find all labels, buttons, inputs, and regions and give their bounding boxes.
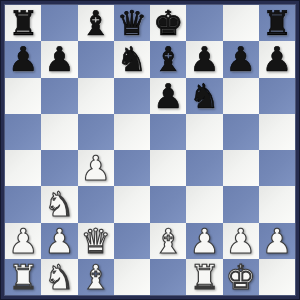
piece-black-rook-h8[interactable]: ♜: [262, 5, 292, 41]
square-g3[interactable]: [223, 186, 259, 222]
square-g8[interactable]: [223, 5, 259, 41]
square-g4[interactable]: [223, 150, 259, 186]
square-b6[interactable]: [41, 78, 77, 114]
square-h4[interactable]: [259, 150, 295, 186]
square-a1[interactable]: ♜: [5, 259, 41, 295]
piece-black-pawn-e6[interactable]: ♟: [153, 78, 183, 114]
square-f7[interactable]: ♟: [186, 41, 222, 77]
square-b5[interactable]: [41, 114, 77, 150]
square-f6[interactable]: ♞: [186, 78, 222, 114]
square-g7[interactable]: ♟: [223, 41, 259, 77]
square-f1[interactable]: ♜: [186, 259, 222, 295]
piece-black-bishop-e7[interactable]: ♝: [153, 41, 183, 77]
square-e1[interactable]: [150, 259, 186, 295]
square-c4[interactable]: ♟: [78, 150, 114, 186]
square-b4[interactable]: [41, 150, 77, 186]
square-b2[interactable]: ♟: [41, 223, 77, 259]
piece-white-queen-c2[interactable]: ♛: [80, 223, 110, 259]
square-a3[interactable]: [5, 186, 41, 222]
piece-black-pawn-g7[interactable]: ♟: [225, 41, 255, 77]
square-h2[interactable]: ♟: [259, 223, 295, 259]
square-e5[interactable]: [150, 114, 186, 150]
square-d3[interactable]: [114, 186, 150, 222]
square-c7[interactable]: [78, 41, 114, 77]
piece-white-pawn-f2[interactable]: ♟: [189, 223, 219, 259]
square-d1[interactable]: [114, 259, 150, 295]
piece-black-pawn-h7[interactable]: ♟: [262, 41, 292, 77]
square-h7[interactable]: ♟: [259, 41, 295, 77]
square-d6[interactable]: [114, 78, 150, 114]
square-d2[interactable]: [114, 223, 150, 259]
piece-white-king-g1[interactable]: ♚: [225, 259, 255, 295]
square-c2[interactable]: ♛: [78, 223, 114, 259]
square-b3[interactable]: ♞: [41, 186, 77, 222]
square-c3[interactable]: [78, 186, 114, 222]
square-g6[interactable]: [223, 78, 259, 114]
piece-black-queen-d8[interactable]: ♛: [117, 5, 147, 41]
piece-white-pawn-h2[interactable]: ♟: [262, 223, 292, 259]
square-f3[interactable]: [186, 186, 222, 222]
square-d4[interactable]: [114, 150, 150, 186]
square-h5[interactable]: [259, 114, 295, 150]
piece-white-rook-a1[interactable]: ♜: [8, 259, 38, 295]
square-f5[interactable]: [186, 114, 222, 150]
square-f4[interactable]: [186, 150, 222, 186]
piece-black-pawn-f7[interactable]: ♟: [189, 41, 219, 77]
square-b7[interactable]: ♟: [41, 41, 77, 77]
chess-board: ♜♝♛♚♜♟♟♞♝♟♟♟♟♞♟♞♟♟♛♝♟♟♟♜♞♝♜♚: [5, 5, 295, 295]
square-g1[interactable]: ♚: [223, 259, 259, 295]
square-f8[interactable]: [186, 5, 222, 41]
square-e6[interactable]: ♟: [150, 78, 186, 114]
square-e3[interactable]: [150, 186, 186, 222]
square-a6[interactable]: [5, 78, 41, 114]
square-d7[interactable]: ♞: [114, 41, 150, 77]
square-c6[interactable]: [78, 78, 114, 114]
square-e8[interactable]: ♚: [150, 5, 186, 41]
piece-white-pawn-a2[interactable]: ♟: [8, 223, 38, 259]
piece-black-bishop-c8[interactable]: ♝: [80, 5, 110, 41]
square-e4[interactable]: [150, 150, 186, 186]
chess-board-frame: ♜♝♛♚♜♟♟♞♝♟♟♟♟♞♟♞♟♟♛♝♟♟♟♜♞♝♜♚: [0, 0, 300, 300]
square-h8[interactable]: ♜: [259, 5, 295, 41]
square-h6[interactable]: [259, 78, 295, 114]
square-e2[interactable]: ♝: [150, 223, 186, 259]
piece-white-knight-b3[interactable]: ♞: [44, 186, 74, 222]
square-b8[interactable]: [41, 5, 77, 41]
piece-white-rook-f1[interactable]: ♜: [189, 259, 219, 295]
square-c5[interactable]: [78, 114, 114, 150]
piece-black-knight-d7[interactable]: ♞: [117, 41, 147, 77]
square-g5[interactable]: [223, 114, 259, 150]
square-b1[interactable]: ♞: [41, 259, 77, 295]
piece-white-bishop-c1[interactable]: ♝: [80, 259, 110, 295]
square-g2[interactable]: ♟: [223, 223, 259, 259]
square-d5[interactable]: [114, 114, 150, 150]
square-a5[interactable]: [5, 114, 41, 150]
square-a8[interactable]: ♜: [5, 5, 41, 41]
square-d8[interactable]: ♛: [114, 5, 150, 41]
piece-white-pawn-c4[interactable]: ♟: [80, 150, 110, 186]
piece-white-knight-b1[interactable]: ♞: [44, 259, 74, 295]
square-a7[interactable]: ♟: [5, 41, 41, 77]
piece-black-rook-a8[interactable]: ♜: [8, 5, 38, 41]
piece-black-knight-f6[interactable]: ♞: [189, 78, 219, 114]
square-f2[interactable]: ♟: [186, 223, 222, 259]
piece-white-pawn-g2[interactable]: ♟: [225, 223, 255, 259]
piece-black-king-e8[interactable]: ♚: [153, 5, 183, 41]
square-h3[interactable]: [259, 186, 295, 222]
square-c1[interactable]: ♝: [78, 259, 114, 295]
piece-white-bishop-e2[interactable]: ♝: [153, 223, 183, 259]
piece-black-pawn-a7[interactable]: ♟: [8, 41, 38, 77]
square-c8[interactable]: ♝: [78, 5, 114, 41]
piece-black-pawn-b7[interactable]: ♟: [44, 41, 74, 77]
square-e7[interactable]: ♝: [150, 41, 186, 77]
square-a2[interactable]: ♟: [5, 223, 41, 259]
square-h1[interactable]: [259, 259, 295, 295]
square-a4[interactable]: [5, 150, 41, 186]
piece-white-pawn-b2[interactable]: ♟: [44, 223, 74, 259]
